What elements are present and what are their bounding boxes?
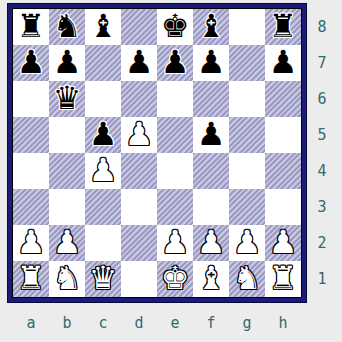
piece-black-pawn-h7[interactable]: ♟ <box>265 45 301 81</box>
square-g5[interactable] <box>229 117 265 153</box>
square-h4[interactable] <box>265 153 301 189</box>
square-d8[interactable] <box>121 9 157 45</box>
piece-white-pawn-a2[interactable]: ♟ <box>13 225 49 261</box>
file-label-a: a <box>13 310 49 336</box>
square-d4[interactable] <box>121 153 157 189</box>
square-g6[interactable] <box>229 81 265 117</box>
square-d3[interactable] <box>121 189 157 225</box>
piece-black-bishop-f8[interactable]: ♝ <box>193 9 229 45</box>
file-label-d: d <box>121 310 157 336</box>
piece-white-pawn-h2[interactable]: ♟ <box>265 225 301 261</box>
rank-label-2: 2 <box>310 225 334 261</box>
square-e8[interactable]: ♚ <box>157 9 193 45</box>
square-e1[interactable]: ♚ <box>157 261 193 297</box>
square-f8[interactable]: ♝ <box>193 9 229 45</box>
piece-white-knight-b1[interactable]: ♞ <box>49 261 85 297</box>
piece-white-rook-a1[interactable]: ♜ <box>13 261 49 297</box>
rank-label-1: 1 <box>310 261 334 297</box>
piece-white-pawn-c4[interactable]: ♟ <box>85 153 121 189</box>
square-f4[interactable] <box>193 153 229 189</box>
rank-label-5: 5 <box>310 117 334 153</box>
square-c5[interactable]: ♟ <box>85 117 121 153</box>
piece-black-king-e8[interactable]: ♚ <box>157 9 193 45</box>
square-b3[interactable] <box>49 189 85 225</box>
file-label-e: e <box>157 310 193 336</box>
piece-black-knight-b8[interactable]: ♞ <box>49 9 85 45</box>
square-c7[interactable] <box>85 45 121 81</box>
square-e3[interactable] <box>157 189 193 225</box>
chess-diagram: ♜♞♝♚♝♜♟♟♟♟♟♟♛♟♟♟♟♟♟♟♟♟♟♜♞♛♚♝♞♜ abcdefgh … <box>0 0 342 342</box>
square-f3[interactable] <box>193 189 229 225</box>
piece-white-bishop-f1[interactable]: ♝ <box>193 261 229 297</box>
piece-white-queen-c1[interactable]: ♛ <box>85 261 121 297</box>
square-c2[interactable] <box>85 225 121 261</box>
square-e6[interactable] <box>157 81 193 117</box>
rank-label-4: 4 <box>310 153 334 189</box>
piece-black-rook-h8[interactable]: ♜ <box>265 9 301 45</box>
file-label-g: g <box>229 310 265 336</box>
square-a7[interactable]: ♟ <box>13 45 49 81</box>
square-c6[interactable] <box>85 81 121 117</box>
square-h2[interactable]: ♟ <box>265 225 301 261</box>
square-g1[interactable]: ♞ <box>229 261 265 297</box>
square-h7[interactable]: ♟ <box>265 45 301 81</box>
piece-black-pawn-f5[interactable]: ♟ <box>193 117 229 153</box>
square-g7[interactable] <box>229 45 265 81</box>
file-label-c: c <box>85 310 121 336</box>
square-f7[interactable]: ♟ <box>193 45 229 81</box>
square-a8[interactable]: ♜ <box>13 9 49 45</box>
file-label-h: h <box>265 310 301 336</box>
piece-black-queen-b6[interactable]: ♛ <box>49 81 85 117</box>
piece-white-pawn-d5[interactable]: ♟ <box>121 117 157 153</box>
piece-black-bishop-c8[interactable]: ♝ <box>85 9 121 45</box>
square-a5[interactable] <box>13 117 49 153</box>
square-h5[interactable] <box>265 117 301 153</box>
board-inner-border: ♜♞♝♚♝♜♟♟♟♟♟♟♛♟♟♟♟♟♟♟♟♟♟♜♞♛♚♝♞♜ <box>12 8 302 298</box>
square-g8[interactable] <box>229 9 265 45</box>
piece-black-pawn-a7[interactable]: ♟ <box>13 45 49 81</box>
square-e5[interactable] <box>157 117 193 153</box>
square-c1[interactable]: ♛ <box>85 261 121 297</box>
rank-label-8: 8 <box>310 9 334 45</box>
square-h1[interactable]: ♜ <box>265 261 301 297</box>
square-b5[interactable] <box>49 117 85 153</box>
square-a4[interactable] <box>13 153 49 189</box>
square-d6[interactable] <box>121 81 157 117</box>
square-c8[interactable]: ♝ <box>85 9 121 45</box>
square-c4[interactable]: ♟ <box>85 153 121 189</box>
rank-label-3: 3 <box>310 189 334 225</box>
square-a1[interactable]: ♜ <box>13 261 49 297</box>
piece-white-pawn-b2[interactable]: ♟ <box>49 225 85 261</box>
square-b4[interactable] <box>49 153 85 189</box>
chess-board: ♜♞♝♚♝♜♟♟♟♟♟♟♛♟♟♟♟♟♟♟♟♟♟♜♞♛♚♝♞♜ <box>13 9 301 297</box>
piece-black-pawn-c5[interactable]: ♟ <box>85 117 121 153</box>
rank-label-6: 6 <box>310 81 334 117</box>
square-b1[interactable]: ♞ <box>49 261 85 297</box>
square-e4[interactable] <box>157 153 193 189</box>
square-b7[interactable]: ♟ <box>49 45 85 81</box>
piece-black-pawn-f7[interactable]: ♟ <box>193 45 229 81</box>
board-frame: ♜♞♝♚♝♜♟♟♟♟♟♟♛♟♟♟♟♟♟♟♟♟♟♜♞♛♚♝♞♜ <box>7 3 307 303</box>
square-f5[interactable]: ♟ <box>193 117 229 153</box>
square-a3[interactable] <box>13 189 49 225</box>
square-d7[interactable]: ♟ <box>121 45 157 81</box>
square-a6[interactable] <box>13 81 49 117</box>
square-b6[interactable]: ♛ <box>49 81 85 117</box>
square-f2[interactable]: ♟ <box>193 225 229 261</box>
square-b8[interactable]: ♞ <box>49 9 85 45</box>
square-g3[interactable] <box>229 189 265 225</box>
piece-white-king-e1[interactable]: ♚ <box>157 261 193 297</box>
square-h6[interactable] <box>265 81 301 117</box>
rank-label-7: 7 <box>310 45 334 81</box>
piece-white-pawn-e2[interactable]: ♟ <box>157 225 193 261</box>
piece-white-pawn-g2[interactable]: ♟ <box>229 225 265 261</box>
square-g4[interactable] <box>229 153 265 189</box>
square-d2[interactable] <box>121 225 157 261</box>
square-e7[interactable]: ♟ <box>157 45 193 81</box>
piece-white-pawn-f2[interactable]: ♟ <box>193 225 229 261</box>
square-h3[interactable] <box>265 189 301 225</box>
square-e2[interactable]: ♟ <box>157 225 193 261</box>
piece-black-pawn-b7[interactable]: ♟ <box>49 45 85 81</box>
square-a2[interactable]: ♟ <box>13 225 49 261</box>
piece-white-rook-h1[interactable]: ♜ <box>265 261 301 297</box>
file-labels: abcdefgh <box>13 310 301 336</box>
square-f1[interactable]: ♝ <box>193 261 229 297</box>
piece-black-pawn-e7[interactable]: ♟ <box>157 45 193 81</box>
square-g2[interactable]: ♟ <box>229 225 265 261</box>
square-c3[interactable] <box>85 189 121 225</box>
file-label-f: f <box>193 310 229 336</box>
file-label-b: b <box>49 310 85 336</box>
square-d5[interactable]: ♟ <box>121 117 157 153</box>
piece-black-pawn-d7[interactable]: ♟ <box>121 45 157 81</box>
square-f6[interactable] <box>193 81 229 117</box>
square-b2[interactable]: ♟ <box>49 225 85 261</box>
rank-labels: 87654321 <box>310 9 334 297</box>
piece-white-knight-g1[interactable]: ♞ <box>229 261 265 297</box>
square-d1[interactable] <box>121 261 157 297</box>
square-h8[interactable]: ♜ <box>265 9 301 45</box>
piece-black-rook-a8[interactable]: ♜ <box>13 9 49 45</box>
